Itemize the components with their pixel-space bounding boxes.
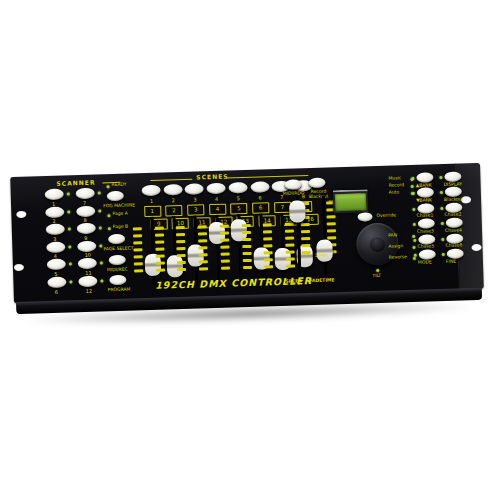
program-button[interactable]: [109, 275, 126, 286]
scale-tick: [301, 244, 310, 247]
scale-tick: [242, 259, 251, 262]
dmx-console: SCANNER 123456789101112 READY FOG MACHIN…: [10, 163, 484, 303]
scale-tick: [177, 254, 186, 257]
scanner-number-6: 6: [55, 288, 58, 294]
label-fine: FINE: [446, 259, 456, 264]
scale-tick: [155, 255, 164, 258]
scanner-led-12: [100, 279, 103, 282]
scale-tick: [133, 227, 142, 230]
button-fine[interactable]: [447, 248, 464, 259]
scale-tick: [133, 234, 142, 237]
scanner-led-5: [69, 263, 72, 266]
mode-label-record: Record: [389, 183, 405, 188]
fog-machine-button[interactable]: [107, 191, 124, 202]
axis-label-assign: Assign: [388, 244, 403, 249]
midi-rec-button[interactable]: [109, 255, 126, 266]
scale-tick: [177, 240, 186, 243]
led-chase6: [441, 238, 444, 241]
page-a-led: [107, 214, 110, 217]
scale-tick: [263, 230, 272, 233]
scanner-led-4: [68, 245, 71, 248]
scanner-led-6: [69, 280, 72, 283]
scale-tick: [242, 245, 251, 248]
scale-tick: [327, 236, 336, 239]
mode-led-record: [411, 184, 414, 187]
page-b-label: Page B: [113, 225, 129, 230]
scale-tick: [176, 233, 185, 236]
led-chase5: [413, 238, 416, 241]
scanner-led-9: [99, 227, 102, 230]
led--bank: [412, 192, 415, 195]
scanner-buttons: 123456789101112: [45, 187, 112, 295]
scale-tick: [177, 247, 186, 250]
scale-bottom-label: 10Min: [315, 254, 329, 259]
channel-box-4: 4: [209, 204, 226, 216]
scale-tick: [133, 241, 142, 244]
scale-tick: [241, 231, 250, 234]
label-mode: MODE: [418, 260, 432, 265]
scene-button-6[interactable]: [250, 181, 269, 193]
scanner-button-12[interactable]: [78, 276, 97, 288]
scene-number-5: 5: [237, 195, 240, 201]
channel-box-1: 1: [144, 206, 161, 218]
product-photo: SCANNER 123456789101112 READY FOG MACHIN…: [0, 0, 500, 500]
scene-button-2[interactable]: [163, 184, 182, 196]
scale-tick: [263, 223, 272, 226]
scanner-led-2: [67, 210, 70, 213]
scale-tick: [134, 255, 143, 258]
scale-tick: [220, 225, 229, 228]
scale-tick: [198, 239, 207, 242]
scale-tick: [198, 246, 207, 249]
scale-tick: [155, 248, 164, 251]
scanner-button-8[interactable]: [76, 205, 95, 217]
scanner-button-9[interactable]: [77, 223, 96, 235]
mode-label-auto: Auto: [389, 190, 400, 195]
scale-tick: [264, 244, 273, 247]
axis-label-reverse: Reverse: [389, 255, 407, 260]
scene-number-2: 2: [172, 197, 175, 203]
fog-machine-label: FOG MACHINE: [103, 203, 135, 209]
axis-led-assign: [412, 245, 415, 248]
scale-tick: [156, 269, 165, 272]
channel-box-5: 5: [230, 203, 247, 215]
led-mode: [414, 254, 417, 257]
mode-label-music: Music: [388, 176, 401, 181]
scale-tick: [198, 232, 207, 235]
scale-tick: [176, 226, 185, 229]
scale-tick: [154, 227, 163, 230]
scanner-title: SCANNER: [56, 180, 95, 188]
scale-tick: [301, 230, 310, 233]
override-label: Override: [376, 213, 396, 219]
scale-tick: [242, 252, 251, 255]
scanner-button-11[interactable]: [78, 258, 97, 270]
record-button[interactable]: [308, 178, 325, 189]
scale-tick: [199, 260, 208, 263]
scale-tick: [221, 260, 230, 263]
scale-tick: [155, 241, 164, 244]
led-display: [439, 176, 442, 179]
scanner-led-11: [100, 262, 103, 265]
channel-fader-6-scale: [241, 224, 251, 273]
channel-fader-2-scale: [154, 227, 164, 276]
scale-tick: [327, 222, 336, 225]
scanner-button-7[interactable]: [76, 188, 95, 200]
page-a-label: Page A: [112, 212, 128, 217]
axis-led-pan: [412, 234, 415, 237]
scene-number-4: 4: [215, 195, 218, 201]
scene-button-1[interactable]: [141, 185, 160, 197]
page-b-led: [108, 227, 111, 230]
jog-wheel-hub: [369, 236, 385, 252]
scale-tick: [177, 261, 186, 264]
mount-hole: [16, 211, 26, 218]
scanner-button-10[interactable]: [77, 240, 96, 252]
scale-tick: [134, 262, 143, 265]
tilt-label: TILT: [372, 274, 381, 279]
channel-fader-3-scale: [176, 226, 186, 275]
led-chase2: [440, 207, 443, 210]
scale-tick: [327, 229, 336, 232]
led-chase3: [413, 223, 416, 226]
scanner-led-1: [67, 192, 70, 195]
scale-tick: [199, 253, 208, 256]
scanner-button-5[interactable]: [47, 259, 66, 271]
led-chase1: [412, 208, 415, 211]
scale-tick: [264, 258, 273, 261]
scale-tick: [156, 262, 165, 265]
scanner-number-12: 12: [86, 287, 93, 293]
midi-rec-label: MIDI/REC: [107, 268, 128, 274]
scanner-led-3: [68, 228, 71, 231]
channel-box-6: 6: [252, 202, 269, 214]
button-mode[interactable]: [419, 249, 436, 260]
scanner-led-7: [98, 191, 101, 194]
scanner-button-1[interactable]: [45, 189, 64, 201]
scale-tick: [241, 224, 250, 227]
axis-label-pan: PAN: [388, 233, 397, 238]
scale-tick: [263, 237, 272, 240]
scale-tick: [220, 253, 229, 256]
program-label: PROGRAM: [108, 288, 131, 294]
speed-fader-handle[interactable]: [289, 200, 306, 222]
channel-box-2: 2: [165, 205, 182, 217]
page-select-button[interactable]: [108, 234, 125, 245]
scale-tick: [327, 215, 336, 218]
scene-number-1: 1: [150, 197, 153, 203]
scanner-button-6[interactable]: [47, 277, 66, 289]
button--bank[interactable]: [416, 172, 433, 183]
lcd-screen: [335, 193, 367, 211]
led-blackout: [440, 191, 443, 194]
tilt-led: [376, 269, 379, 272]
scanner-led-8: [98, 209, 101, 212]
front-panel: SCANNER 123456789101112 READY FOG MACHIN…: [10, 163, 484, 303]
scale-tick: [133, 248, 142, 251]
scenes-bracket-line: [226, 175, 308, 179]
scale-tick: [221, 267, 230, 270]
scenes-title: SCENES: [196, 174, 228, 182]
ready-led: [106, 185, 109, 188]
led--bank: [411, 177, 414, 180]
override-button[interactable]: [357, 212, 372, 221]
scale-tick: [242, 238, 251, 241]
scanner-button-4[interactable]: [46, 241, 65, 253]
channel-fader-1-scale: [133, 227, 143, 276]
scene-button-3[interactable]: [185, 183, 204, 195]
scene-button-5[interactable]: [228, 182, 247, 194]
scale-tick: [301, 237, 310, 240]
scale-tick: [155, 234, 164, 237]
scanner-button-3[interactable]: [46, 224, 65, 236]
scale-tick: [302, 251, 311, 254]
scale-tick: [220, 239, 229, 242]
lcd-display: [333, 189, 369, 213]
scale-tick: [220, 246, 229, 249]
scale-tick: [301, 223, 310, 226]
channel-fader-5-scale: [220, 225, 230, 274]
scale-tick: [134, 269, 143, 272]
speed-fader: [287, 196, 309, 277]
scale-tick: [199, 267, 208, 270]
fadetime-fader: [313, 195, 335, 276]
scene-number-6: 6: [258, 194, 261, 200]
channel-fader-4-scale: [198, 225, 208, 274]
channel-box-3: 3: [187, 204, 204, 216]
scale-tick: [177, 268, 186, 271]
scale-tick: [220, 232, 229, 235]
mount-hole: [14, 264, 24, 271]
scale-tick: [264, 265, 273, 268]
scenes-bracket-line: [150, 179, 192, 181]
channel-fader-7-scale: [263, 223, 273, 272]
button-display[interactable]: [444, 171, 461, 182]
scanner-led-10: [99, 244, 102, 247]
ready-label: READY: [111, 183, 126, 188]
scale-tick: [198, 225, 207, 228]
led-chase4: [441, 222, 444, 225]
scene-number-3: 3: [193, 196, 196, 202]
scale-tick: [243, 266, 252, 269]
scanner-button-2[interactable]: [45, 206, 64, 218]
scene-button-4[interactable]: [207, 183, 226, 195]
function-button-grid: ▲BANKDISPLAY▼BANKBlackoutChase1Chase2Cha…: [416, 171, 473, 273]
page-select-label: PAGE SELECT: [103, 246, 133, 252]
scale-tick: [264, 251, 273, 254]
led-fine: [442, 253, 445, 256]
